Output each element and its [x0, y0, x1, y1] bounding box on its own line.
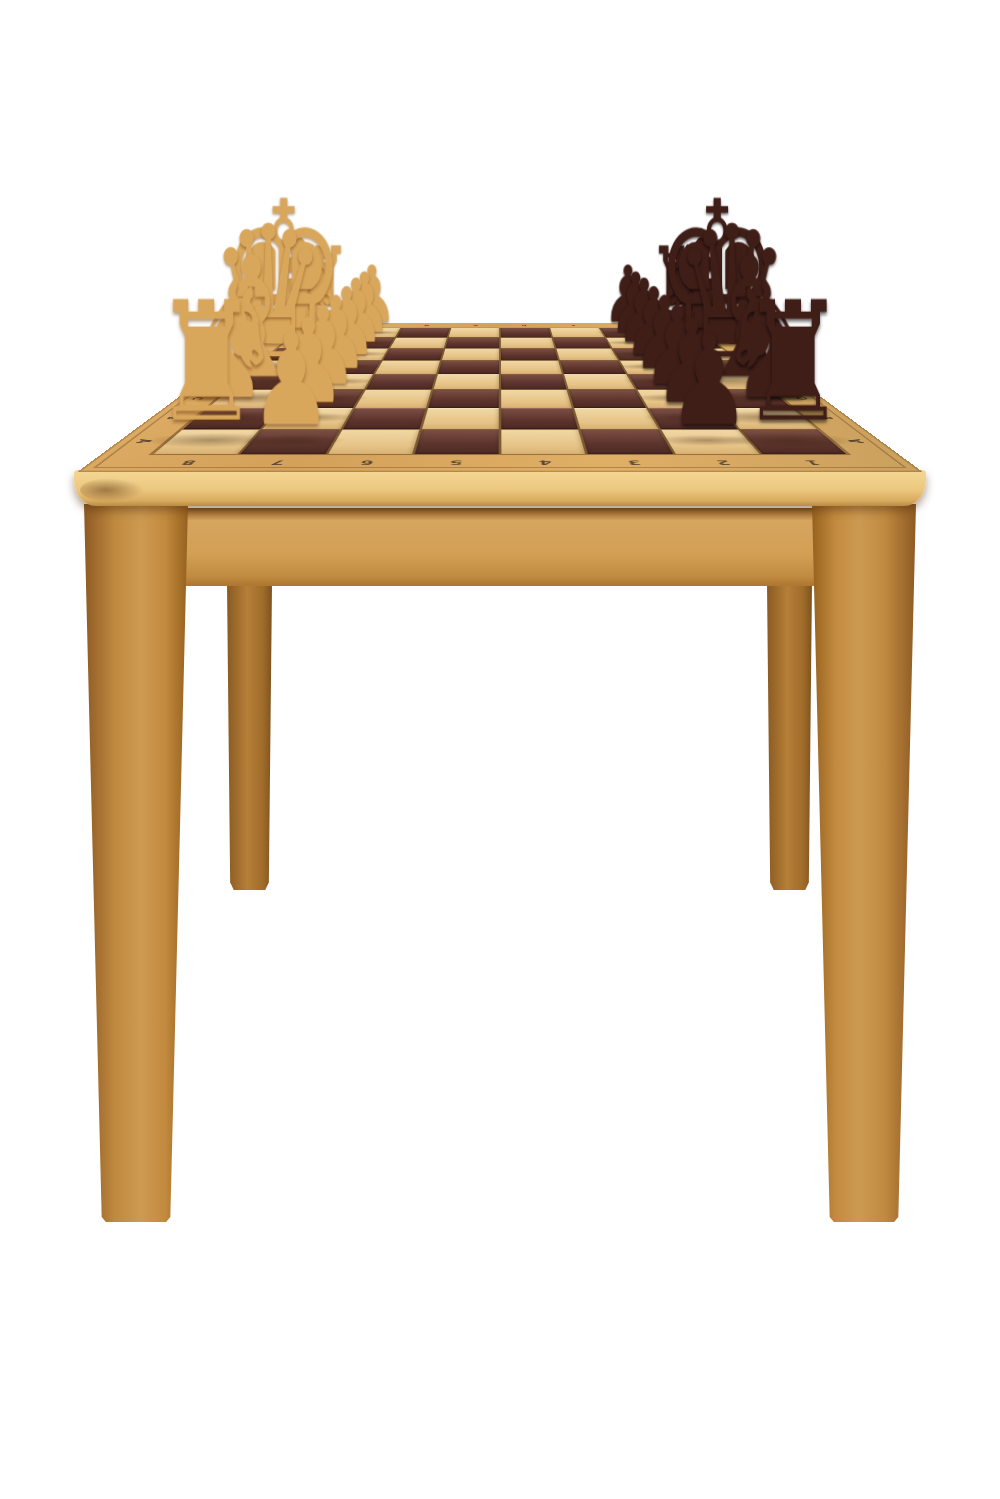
frame-label-back-5: 5 [473, 325, 479, 327]
frame-label-front-5: 5 [448, 459, 462, 466]
piece-white-rook-a8[interactable]: ♜ [135, 280, 278, 445]
square-f5[interactable] [442, 348, 499, 360]
frame-label-front-6: 6 [358, 459, 374, 466]
frame-label-front-7: 7 [268, 459, 286, 466]
photo-stage: 8765432187654321ABCDEFGHABCDEFGH♜♟♟♜♞♟♟♞… [0, 0, 1000, 1499]
square-e5[interactable] [438, 361, 499, 374]
square-c4[interactable] [501, 390, 572, 408]
frame-label-front-2: 2 [714, 459, 732, 466]
piece-dark-rook-a1[interactable]: ♜ [722, 280, 865, 445]
square-a4[interactable] [501, 430, 585, 454]
frame-label-front-1: 1 [802, 459, 822, 466]
square-h5[interactable] [448, 328, 499, 337]
frame-label-front-4: 4 [538, 459, 552, 466]
square-a5[interactable] [414, 430, 498, 454]
chess-board: 8765432187654321ABCDEFGHABCDEFGH♜♟♟♜♞♟♟♞… [78, 323, 922, 472]
square-c5[interactable] [428, 390, 499, 408]
square-e4[interactable] [501, 361, 562, 374]
square-h4[interactable] [501, 328, 552, 337]
square-d5[interactable] [433, 374, 499, 389]
board-perspective-scene: 8765432187654321ABCDEFGHABCDEFGH♜♟♟♜♞♟♟♞… [0, 0, 1000, 1499]
frame-label-front-3: 3 [626, 459, 642, 466]
frame-label-back-6: 6 [424, 325, 430, 327]
square-g4[interactable] [501, 338, 555, 348]
frame-label-front-8: 8 [178, 459, 198, 466]
frame-label-back-3: 3 [570, 325, 576, 327]
square-g5[interactable] [445, 338, 499, 348]
square-f4[interactable] [501, 348, 558, 360]
square-d4[interactable] [501, 374, 567, 389]
square-b5[interactable] [422, 408, 499, 429]
square-b4[interactable] [501, 408, 578, 429]
frame-label-back-4: 4 [522, 325, 528, 327]
